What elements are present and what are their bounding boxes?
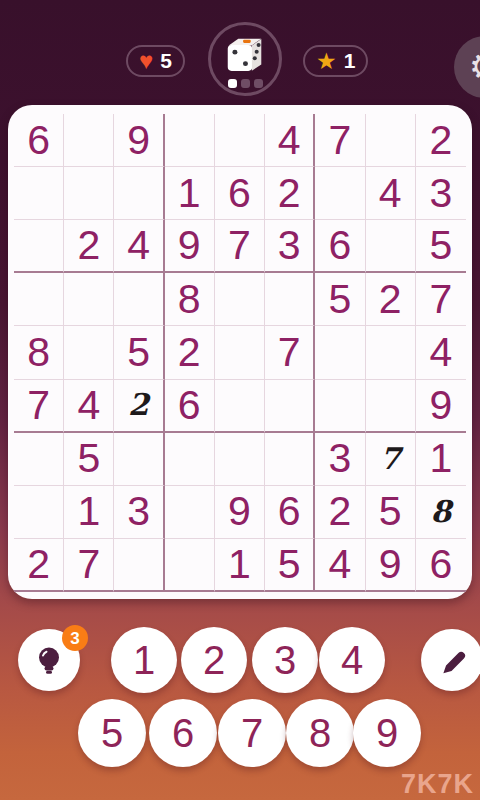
given-digit: 6 bbox=[429, 544, 452, 585]
key-7[interactable]: 7 bbox=[218, 699, 286, 767]
cell-r5c3[interactable]: 5 bbox=[114, 326, 164, 379]
given-digit: 2 bbox=[379, 279, 402, 320]
given-digit: 7 bbox=[278, 332, 301, 373]
app-screen: ♥ 5 ★ 1 ⚙ 694721624324973658527852747426… bbox=[0, 0, 480, 800]
cell-r3c3[interactable]: 4 bbox=[114, 220, 164, 273]
cell-r4c2[interactable] bbox=[64, 273, 114, 326]
cell-r9c5[interactable]: 1 bbox=[215, 539, 265, 592]
given-digit: 2 bbox=[278, 173, 301, 214]
cell-r2c9[interactable]: 3 bbox=[416, 167, 466, 220]
cell-r6c2[interactable]: 4 bbox=[64, 380, 114, 433]
given-digit: 9 bbox=[429, 385, 452, 426]
lives-counter: ♥ 5 bbox=[126, 45, 185, 77]
key-4[interactable]: 4 bbox=[319, 627, 385, 693]
cell-r9c6[interactable]: 5 bbox=[265, 539, 315, 592]
cell-r4c8[interactable]: 2 bbox=[366, 273, 416, 326]
cell-r8c9[interactable]: 8 bbox=[416, 486, 466, 539]
cell-r1c6[interactable]: 4 bbox=[265, 114, 315, 167]
hint-count-badge: 3 bbox=[62, 625, 88, 651]
cell-r1c7[interactable]: 7 bbox=[315, 114, 365, 167]
cell-r1c9[interactable]: 2 bbox=[416, 114, 466, 167]
given-digit: 1 bbox=[228, 544, 251, 585]
stars-count: 1 bbox=[344, 49, 356, 73]
cell-r3c4[interactable]: 9 bbox=[165, 220, 215, 273]
cell-r9c8[interactable]: 9 bbox=[366, 539, 416, 592]
given-digit: 3 bbox=[329, 438, 352, 479]
cell-r9c3[interactable] bbox=[114, 539, 164, 592]
cell-r2c3[interactable] bbox=[114, 167, 164, 220]
cell-r9c7[interactable]: 4 bbox=[315, 539, 365, 592]
sudoku-board: 6947216243249736585278527474269537113962… bbox=[8, 105, 472, 599]
cell-r2c4[interactable]: 1 bbox=[165, 167, 215, 220]
key-3[interactable]: 3 bbox=[252, 627, 318, 693]
given-digit: 2 bbox=[27, 544, 50, 585]
given-digit: 8 bbox=[27, 332, 50, 373]
sudoku-grid: 6947216243249736585278527474269537113962… bbox=[14, 114, 466, 592]
gear-icon: ⚙ bbox=[469, 49, 480, 85]
cell-r5c5[interactable] bbox=[215, 326, 265, 379]
carousel-dot-1 bbox=[228, 79, 237, 88]
cell-r6c4[interactable]: 6 bbox=[165, 380, 215, 433]
given-digit: 4 bbox=[429, 332, 452, 373]
given-digit: 7 bbox=[77, 544, 100, 585]
cell-r5c2[interactable] bbox=[64, 326, 114, 379]
carousel-dots bbox=[211, 79, 279, 88]
user-digit: 2 bbox=[128, 390, 149, 420]
cell-r1c8[interactable] bbox=[366, 114, 416, 167]
cell-r3c6[interactable]: 3 bbox=[265, 220, 315, 273]
cell-r6c3[interactable]: 2 bbox=[114, 380, 164, 433]
cell-r8c7[interactable]: 2 bbox=[315, 486, 365, 539]
cell-r6c9[interactable]: 9 bbox=[416, 380, 466, 433]
given-digit: 5 bbox=[77, 438, 100, 479]
cell-r5c4[interactable]: 2 bbox=[165, 326, 215, 379]
key-8[interactable]: 8 bbox=[286, 699, 354, 767]
cell-r4c5[interactable] bbox=[215, 273, 265, 326]
cell-r7c9[interactable]: 1 bbox=[416, 433, 466, 486]
given-digit: 6 bbox=[27, 120, 50, 161]
given-digit: 7 bbox=[329, 120, 352, 161]
cell-r5c6[interactable]: 7 bbox=[265, 326, 315, 379]
cell-r2c5[interactable]: 6 bbox=[215, 167, 265, 220]
given-digit: 6 bbox=[228, 173, 251, 214]
cell-r3c8[interactable] bbox=[366, 220, 416, 273]
cell-r4c3[interactable] bbox=[114, 273, 164, 326]
cell-r5c7[interactable] bbox=[315, 326, 365, 379]
cell-r7c4[interactable] bbox=[165, 433, 215, 486]
given-digit: 4 bbox=[329, 544, 352, 585]
user-digit: 8 bbox=[430, 497, 451, 527]
given-digit: 4 bbox=[77, 385, 100, 426]
key-6[interactable]: 6 bbox=[149, 699, 217, 767]
given-digit: 9 bbox=[379, 544, 402, 585]
star-icon: ★ bbox=[316, 50, 337, 73]
given-digit: 4 bbox=[379, 173, 402, 214]
cell-r7c1[interactable] bbox=[14, 433, 64, 486]
cell-r2c7[interactable] bbox=[315, 167, 365, 220]
lightbulb-icon bbox=[34, 645, 64, 675]
cell-r9c2[interactable]: 7 bbox=[64, 539, 114, 592]
given-digit: 7 bbox=[429, 279, 452, 320]
given-digit: 7 bbox=[27, 385, 50, 426]
cell-r1c4[interactable] bbox=[165, 114, 215, 167]
key-5[interactable]: 5 bbox=[78, 699, 146, 767]
given-digit: 1 bbox=[429, 438, 452, 479]
cell-r8c3[interactable]: 3 bbox=[114, 486, 164, 539]
user-digit: 7 bbox=[380, 444, 401, 474]
cell-r3c7[interactable]: 6 bbox=[315, 220, 365, 273]
given-digit: 8 bbox=[178, 279, 201, 320]
cell-r2c1[interactable] bbox=[14, 167, 64, 220]
given-digit: 3 bbox=[127, 491, 150, 532]
cell-r3c2[interactable]: 2 bbox=[64, 220, 114, 273]
dice-carousel-button[interactable] bbox=[208, 22, 282, 96]
cell-r2c6[interactable]: 2 bbox=[265, 167, 315, 220]
given-digit: 6 bbox=[329, 225, 352, 266]
cell-r2c8[interactable]: 4 bbox=[366, 167, 416, 220]
cell-r7c6[interactable] bbox=[265, 433, 315, 486]
cell-r7c3[interactable] bbox=[114, 433, 164, 486]
cell-r1c1[interactable]: 6 bbox=[14, 114, 64, 167]
given-digit: 6 bbox=[278, 491, 301, 532]
cell-r4c9[interactable]: 7 bbox=[416, 273, 466, 326]
given-digit: 5 bbox=[127, 332, 150, 373]
cell-r8c2[interactable]: 1 bbox=[64, 486, 114, 539]
cell-r4c7[interactable]: 5 bbox=[315, 273, 365, 326]
given-digit: 3 bbox=[278, 225, 301, 266]
given-digit: 5 bbox=[429, 225, 452, 266]
cell-r6c8[interactable] bbox=[366, 380, 416, 433]
given-digit: 2 bbox=[77, 225, 100, 266]
heart-icon: ♥ bbox=[139, 49, 153, 73]
given-digit: 1 bbox=[77, 491, 100, 532]
cell-r1c3[interactable]: 9 bbox=[114, 114, 164, 167]
given-digit: 4 bbox=[278, 120, 301, 161]
cell-r6c7[interactable] bbox=[315, 380, 365, 433]
cell-r6c6[interactable] bbox=[265, 380, 315, 433]
cell-r7c2[interactable]: 5 bbox=[64, 433, 114, 486]
given-digit: 2 bbox=[429, 120, 452, 161]
cell-r1c5[interactable] bbox=[215, 114, 265, 167]
cell-r3c5[interactable]: 7 bbox=[215, 220, 265, 273]
cell-r9c4[interactable] bbox=[165, 539, 215, 592]
pencil-button[interactable] bbox=[421, 629, 480, 691]
cell-r8c4[interactable] bbox=[165, 486, 215, 539]
cell-r8c6[interactable]: 6 bbox=[265, 486, 315, 539]
hint-button[interactable]: 3 bbox=[18, 629, 80, 691]
pencil-icon bbox=[438, 646, 466, 674]
cell-r9c9[interactable]: 6 bbox=[416, 539, 466, 592]
given-digit: 5 bbox=[278, 544, 301, 585]
given-digit: 9 bbox=[178, 225, 201, 266]
cell-r5c9[interactable]: 4 bbox=[416, 326, 466, 379]
given-digit: 4 bbox=[127, 225, 150, 266]
cell-r2c2[interactable] bbox=[64, 167, 114, 220]
given-digit: 1 bbox=[178, 173, 201, 214]
lives-count: 5 bbox=[160, 49, 172, 73]
cell-r7c8[interactable]: 7 bbox=[366, 433, 416, 486]
carousel-dot-2 bbox=[241, 79, 250, 88]
key-9[interactable]: 9 bbox=[353, 699, 421, 767]
cell-r4c6[interactable] bbox=[265, 273, 315, 326]
cell-r7c7[interactable]: 3 bbox=[315, 433, 365, 486]
given-digit: 2 bbox=[329, 491, 352, 532]
cell-r4c4[interactable]: 8 bbox=[165, 273, 215, 326]
cell-r8c1[interactable] bbox=[14, 486, 64, 539]
key-1[interactable]: 1 bbox=[111, 627, 177, 693]
given-digit: 3 bbox=[429, 173, 452, 214]
watermark: 7K7K bbox=[401, 769, 474, 800]
given-digit: 5 bbox=[379, 491, 402, 532]
given-digit: 2 bbox=[178, 332, 201, 373]
carousel-dot-3 bbox=[254, 79, 263, 88]
given-digit: 9 bbox=[127, 120, 150, 161]
given-digit: 9 bbox=[228, 491, 251, 532]
cell-r1c2[interactable] bbox=[64, 114, 114, 167]
given-digit: 5 bbox=[329, 279, 352, 320]
cell-r5c8[interactable] bbox=[366, 326, 416, 379]
cell-r8c8[interactable]: 5 bbox=[366, 486, 416, 539]
cell-r4c1[interactable] bbox=[14, 273, 64, 326]
given-digit: 6 bbox=[178, 385, 201, 426]
settings-button[interactable]: ⚙ bbox=[454, 36, 480, 98]
cell-r3c9[interactable]: 5 bbox=[416, 220, 466, 273]
given-digit: 7 bbox=[228, 225, 251, 266]
cell-r3c1[interactable] bbox=[14, 220, 64, 273]
cell-r9c1[interactable]: 2 bbox=[14, 539, 64, 592]
cell-r6c5[interactable] bbox=[215, 380, 265, 433]
cell-r7c5[interactable] bbox=[215, 433, 265, 486]
dice-icon bbox=[222, 32, 268, 78]
cell-r5c1[interactable]: 8 bbox=[14, 326, 64, 379]
key-2[interactable]: 2 bbox=[181, 627, 247, 693]
cell-r6c1[interactable]: 7 bbox=[14, 380, 64, 433]
cell-r8c5[interactable]: 9 bbox=[215, 486, 265, 539]
stars-counter: ★ 1 bbox=[303, 45, 368, 77]
